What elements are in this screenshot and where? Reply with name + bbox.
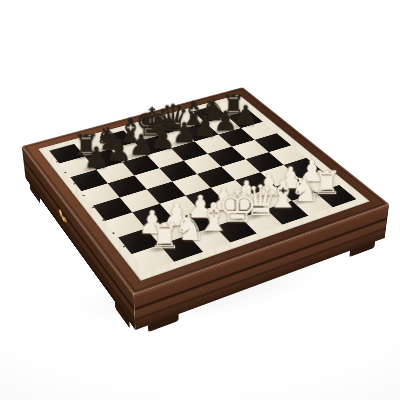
chess-box: ♜♞♝♚♛♝♞♜♟♟♟♟♟♟♟♟♟♟♟♟♟♟♟♟♜♞♝♚♛♝♞♜ (22, 87, 390, 294)
box-foot (115, 302, 130, 329)
box-foot (148, 314, 179, 332)
box-foot (30, 184, 41, 204)
box-foot (349, 241, 375, 257)
white-rook-glyph: ♜ (140, 219, 190, 254)
black-pawn-glyph: ♟ (74, 144, 118, 173)
scene: ♜♞♝♚♛♝♞♜♟♟♟♟♟♟♟♟♟♟♟♟♟♟♟♟♜♞♝♚♛♝♞♜ (0, 0, 400, 400)
brass-latch-icon (59, 207, 68, 228)
board: ♜♞♝♚♛♝♞♜♟♟♟♟♟♟♟♟♟♟♟♟♟♟♟♟♜♞♝♚♛♝♞♜ (22, 87, 390, 294)
